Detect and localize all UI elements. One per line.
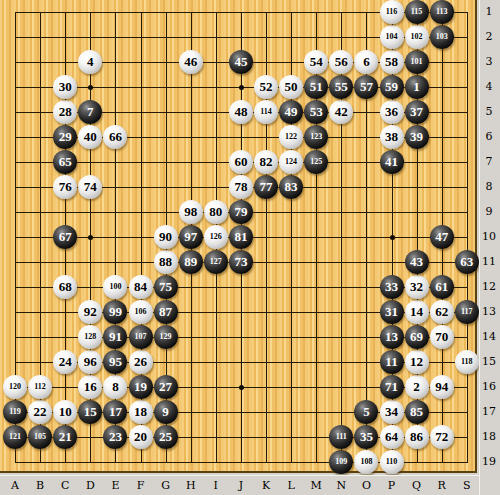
- row-label: 8: [479, 180, 499, 193]
- row-label: 12: [479, 280, 499, 293]
- stone-black: 13: [380, 325, 404, 349]
- row-label: 16: [479, 380, 499, 393]
- stone-white: 82: [254, 150, 278, 174]
- move-number: 84: [129, 275, 153, 299]
- move-number: 57: [354, 75, 378, 99]
- row-label: 18: [479, 430, 499, 443]
- move-number: 82: [254, 150, 278, 174]
- stone-black: 99: [103, 300, 127, 324]
- row-label: 10: [479, 230, 499, 243]
- column-label: A: [5, 479, 25, 492]
- move-number: 50: [279, 75, 303, 99]
- stone-white: 46: [179, 50, 203, 74]
- row-label: 9: [479, 205, 499, 218]
- stone-black: 57: [354, 75, 378, 99]
- move-number: 64: [380, 425, 404, 449]
- move-number: 122: [279, 125, 303, 149]
- move-number: 61: [430, 275, 454, 299]
- stone-white: 116: [380, 0, 404, 24]
- stone-black: 101: [405, 50, 429, 74]
- column-label: O: [356, 479, 376, 492]
- stone-black: 83: [279, 175, 303, 199]
- stone-black: 45: [229, 50, 253, 74]
- move-number: 124: [279, 150, 303, 174]
- stone-black: 21: [53, 425, 77, 449]
- stone-black: 29: [53, 125, 77, 149]
- star-point: [88, 235, 93, 240]
- go-game-record: 1245678910111213141516171819202122232425…: [0, 0, 500, 495]
- stone-black: 53: [304, 100, 328, 124]
- move-number: 96: [78, 350, 102, 374]
- stone-white: 104: [380, 25, 404, 49]
- move-number: 18: [129, 400, 153, 424]
- stone-white: 84: [129, 275, 153, 299]
- row-label: 14: [479, 330, 499, 343]
- stone-black: 129: [154, 325, 178, 349]
- stone-white: 70: [430, 325, 454, 349]
- stone-black: 87: [154, 300, 178, 324]
- move-number: 12: [405, 350, 429, 374]
- move-number: 33: [380, 275, 404, 299]
- stone-white: 50: [279, 75, 303, 99]
- move-number: 83: [279, 175, 303, 199]
- stone-white: 66: [103, 125, 127, 149]
- move-number: 119: [3, 400, 27, 424]
- column-label: B: [30, 479, 50, 492]
- move-number: 120: [3, 375, 27, 399]
- stone-black: 11: [380, 350, 404, 374]
- move-number: 128: [78, 325, 102, 349]
- move-number: 29: [53, 125, 77, 149]
- move-number: 103: [430, 25, 454, 49]
- move-number: 68: [53, 275, 77, 299]
- stone-black: 111: [329, 425, 353, 449]
- star-point: [239, 385, 244, 390]
- stone-black: 9: [154, 400, 178, 424]
- stone-black: 51: [304, 75, 328, 99]
- coordinate-panel-right: [479, 0, 500, 495]
- stone-white: 112: [28, 375, 52, 399]
- stone-white: 74: [78, 175, 102, 199]
- column-label: F: [131, 479, 151, 492]
- stone-black: 23: [103, 425, 127, 449]
- move-number: 56: [329, 50, 353, 74]
- move-number: 113: [430, 0, 454, 24]
- move-number: 37: [405, 100, 429, 124]
- move-number: 24: [53, 350, 77, 374]
- stone-black: 127: [204, 250, 228, 274]
- stone-white: 68: [53, 275, 77, 299]
- move-number: 7: [78, 100, 102, 124]
- stone-black: 119: [3, 400, 27, 424]
- move-number: 19: [129, 375, 153, 399]
- column-label: K: [256, 479, 276, 492]
- move-number: 79: [229, 200, 253, 224]
- move-number: 45: [229, 50, 253, 74]
- move-number: 27: [154, 375, 178, 399]
- stone-white: 38: [380, 125, 404, 149]
- move-number: 38: [380, 125, 404, 149]
- stone-white: 58: [380, 50, 404, 74]
- move-number: 58: [380, 50, 404, 74]
- stone-black: 125: [304, 150, 328, 174]
- row-label: 2: [479, 30, 499, 43]
- stone-black: 105: [28, 425, 52, 449]
- stone-white: 30: [53, 75, 77, 99]
- move-number: 94: [430, 375, 454, 399]
- stone-black: 109: [329, 450, 353, 474]
- move-number: 86: [405, 425, 429, 449]
- row-label: 17: [479, 405, 499, 418]
- stone-black: 55: [329, 75, 353, 99]
- move-number: 8: [103, 375, 127, 399]
- stone-black: 43: [405, 250, 429, 274]
- move-number: 16: [78, 375, 102, 399]
- row-label: 3: [479, 55, 499, 68]
- stone-white: 56: [329, 50, 353, 74]
- stone-white: 32: [405, 275, 429, 299]
- stone-white: 28: [53, 100, 77, 124]
- stone-white: 86: [405, 425, 429, 449]
- move-number: 31: [380, 300, 404, 324]
- stone-black: 5: [354, 400, 378, 424]
- stone-black: 31: [380, 300, 404, 324]
- move-number: 100: [103, 275, 127, 299]
- move-number: 4: [78, 50, 102, 74]
- stone-black: 49: [279, 100, 303, 124]
- column-label: L: [281, 479, 301, 492]
- move-number: 91: [103, 325, 127, 349]
- move-number: 1: [405, 75, 429, 99]
- move-number: 63: [455, 250, 479, 274]
- stone-white: 60: [229, 150, 253, 174]
- move-number: 22: [28, 400, 52, 424]
- move-number: 89: [179, 250, 203, 274]
- stone-white: 22: [28, 400, 52, 424]
- stone-black: 41: [380, 150, 404, 174]
- stone-black: 39: [405, 125, 429, 149]
- stone-white: 64: [380, 425, 404, 449]
- stone-black: 69: [405, 325, 429, 349]
- move-number: 106: [129, 300, 153, 324]
- move-number: 110: [380, 450, 404, 474]
- move-number: 69: [405, 325, 429, 349]
- move-number: 71: [380, 375, 404, 399]
- row-label: 15: [479, 355, 499, 368]
- column-label: S: [457, 479, 477, 492]
- stone-black: 59: [380, 75, 404, 99]
- stone-white: 126: [204, 225, 228, 249]
- stone-white: 128: [78, 325, 102, 349]
- move-number: 42: [329, 100, 353, 124]
- move-number: 66: [103, 125, 127, 149]
- move-number: 21: [53, 425, 77, 449]
- stone-white: 114: [254, 100, 278, 124]
- go-board[interactable]: 1245678910111213141516171819202122232425…: [0, 0, 477, 473]
- move-number: 23: [103, 425, 127, 449]
- stone-black: 113: [430, 0, 454, 24]
- move-number: 109: [329, 450, 353, 474]
- move-number: 48: [229, 100, 253, 124]
- stone-white: 34: [380, 400, 404, 424]
- stone-white: 124: [279, 150, 303, 174]
- column-label: P: [382, 479, 402, 492]
- move-number: 5: [354, 400, 378, 424]
- column-label: M: [306, 479, 326, 492]
- stone-black: 103: [430, 25, 454, 49]
- move-number: 49: [279, 100, 303, 124]
- stone-black: 35: [354, 425, 378, 449]
- move-number: 55: [329, 75, 353, 99]
- column-label: R: [432, 479, 452, 492]
- move-number: 129: [154, 325, 178, 349]
- stone-white: 92: [78, 300, 102, 324]
- stone-white: 2: [405, 375, 429, 399]
- move-number: 30: [53, 75, 77, 99]
- column-label: E: [105, 479, 125, 492]
- stone-black: 37: [405, 100, 429, 124]
- move-number: 74: [78, 175, 102, 199]
- move-number: 46: [179, 50, 203, 74]
- move-number: 114: [254, 100, 278, 124]
- row-label: 6: [479, 130, 499, 143]
- move-number: 104: [380, 25, 404, 49]
- move-number: 127: [204, 250, 228, 274]
- star-point: [390, 235, 395, 240]
- move-number: 123: [304, 125, 328, 149]
- move-number: 65: [53, 150, 77, 174]
- column-label: Q: [407, 479, 427, 492]
- move-number: 125: [304, 150, 328, 174]
- move-number: 108: [354, 450, 378, 474]
- stone-white: 26: [129, 350, 153, 374]
- stone-white: 52: [254, 75, 278, 99]
- stone-white: 20: [129, 425, 153, 449]
- move-number: 35: [354, 425, 378, 449]
- move-number: 51: [304, 75, 328, 99]
- stone-white: 98: [179, 200, 203, 224]
- move-number: 41: [380, 150, 404, 174]
- stone-white: 48: [229, 100, 253, 124]
- move-number: 36: [380, 100, 404, 124]
- stone-white: 8: [103, 375, 127, 399]
- stone-white: 88: [154, 250, 178, 274]
- stone-white: 120: [3, 375, 27, 399]
- move-number: 101: [405, 50, 429, 74]
- move-number: 78: [229, 175, 253, 199]
- stone-white: 106: [129, 300, 153, 324]
- move-number: 81: [229, 225, 253, 249]
- move-number: 17: [103, 400, 127, 424]
- column-label: J: [231, 479, 251, 492]
- move-number: 111: [329, 425, 353, 449]
- move-number: 72: [430, 425, 454, 449]
- stone-white: 14: [405, 300, 429, 324]
- star-point: [239, 85, 244, 90]
- move-number: 43: [405, 250, 429, 274]
- row-label: 5: [479, 105, 499, 118]
- stone-white: 96: [78, 350, 102, 374]
- move-number: 28: [53, 100, 77, 124]
- move-number: 112: [28, 375, 52, 399]
- move-number: 99: [103, 300, 127, 324]
- stone-white: 6: [354, 50, 378, 74]
- stone-black: 121: [3, 425, 27, 449]
- stone-black: 79: [229, 200, 253, 224]
- stone-black: 7: [78, 100, 102, 124]
- move-number: 47: [430, 225, 454, 249]
- move-number: 20: [129, 425, 153, 449]
- stone-black: 19: [129, 375, 153, 399]
- move-number: 87: [154, 300, 178, 324]
- row-label: 13: [479, 305, 499, 318]
- stone-black: 25: [154, 425, 178, 449]
- stone-white: 40: [78, 125, 102, 149]
- move-number: 121: [3, 425, 27, 449]
- column-label: H: [181, 479, 201, 492]
- move-number: 54: [304, 50, 328, 74]
- stone-black: 63: [455, 250, 479, 274]
- stone-white: 108: [354, 450, 378, 474]
- move-number: 67: [53, 225, 77, 249]
- move-number: 73: [229, 250, 253, 274]
- move-number: 77: [254, 175, 278, 199]
- row-label: 11: [479, 255, 499, 268]
- stone-black: 81: [229, 225, 253, 249]
- stone-black: 65: [53, 150, 77, 174]
- stone-black: 27: [154, 375, 178, 399]
- column-label: I: [206, 479, 226, 492]
- stone-black: 17: [103, 400, 127, 424]
- move-number: 13: [380, 325, 404, 349]
- stone-black: 107: [129, 325, 153, 349]
- stone-black: 97: [179, 225, 203, 249]
- stone-white: 10: [53, 400, 77, 424]
- stone-black: 91: [103, 325, 127, 349]
- row-label: 4: [479, 80, 499, 93]
- stone-white: 12: [405, 350, 429, 374]
- stone-white: 62: [430, 300, 454, 324]
- move-number: 118: [455, 350, 479, 374]
- row-label: 1: [479, 5, 499, 18]
- move-number: 60: [229, 150, 253, 174]
- stone-white: 42: [329, 100, 353, 124]
- move-number: 2: [405, 375, 429, 399]
- stone-white: 72: [430, 425, 454, 449]
- move-number: 76: [53, 175, 77, 199]
- stone-white: 100: [103, 275, 127, 299]
- stone-white: 16: [78, 375, 102, 399]
- stone-black: 33: [380, 275, 404, 299]
- move-number: 34: [380, 400, 404, 424]
- move-number: 6: [354, 50, 378, 74]
- stone-white: 54: [304, 50, 328, 74]
- column-label: N: [331, 479, 351, 492]
- move-number: 52: [254, 75, 278, 99]
- move-number: 32: [405, 275, 429, 299]
- column-label: G: [156, 479, 176, 492]
- stone-black: 61: [430, 275, 454, 299]
- stone-black: 71: [380, 375, 404, 399]
- move-number: 117: [455, 300, 479, 324]
- stone-white: 90: [154, 225, 178, 249]
- stone-white: 76: [53, 175, 77, 199]
- stone-white: 36: [380, 100, 404, 124]
- stone-black: 115: [405, 0, 429, 24]
- move-number: 102: [405, 25, 429, 49]
- stone-black: 95: [103, 350, 127, 374]
- stone-black: 123: [304, 125, 328, 149]
- stone-black: 89: [179, 250, 203, 274]
- move-number: 15: [78, 400, 102, 424]
- move-number: 62: [430, 300, 454, 324]
- row-label: 19: [479, 455, 499, 468]
- stone-white: 94: [430, 375, 454, 399]
- move-number: 85: [405, 400, 429, 424]
- move-number: 88: [154, 250, 178, 274]
- move-number: 59: [380, 75, 404, 99]
- stone-black: 47: [430, 225, 454, 249]
- stone-white: 80: [204, 200, 228, 224]
- move-number: 9: [154, 400, 178, 424]
- move-number: 80: [204, 200, 228, 224]
- move-number: 75: [154, 275, 178, 299]
- stone-black: 1: [405, 75, 429, 99]
- stone-black: 75: [154, 275, 178, 299]
- stone-black: 67: [53, 225, 77, 249]
- stone-white: 118: [455, 350, 479, 374]
- move-number: 53: [304, 100, 328, 124]
- stone-white: 102: [405, 25, 429, 49]
- stone-black: 117: [455, 300, 479, 324]
- move-number: 11: [380, 350, 404, 374]
- stone-white: 122: [279, 125, 303, 149]
- move-number: 115: [405, 0, 429, 24]
- stone-black: 77: [254, 175, 278, 199]
- stone-black: 85: [405, 400, 429, 424]
- row-label: 7: [479, 155, 499, 168]
- move-number: 90: [154, 225, 178, 249]
- stone-white: 18: [129, 400, 153, 424]
- move-number: 95: [103, 350, 127, 374]
- move-number: 97: [179, 225, 203, 249]
- stone-white: 24: [53, 350, 77, 374]
- move-number: 70: [430, 325, 454, 349]
- move-number: 39: [405, 125, 429, 149]
- move-number: 40: [78, 125, 102, 149]
- stone-black: 15: [78, 400, 102, 424]
- move-number: 25: [154, 425, 178, 449]
- move-number: 10: [53, 400, 77, 424]
- stone-black: 73: [229, 250, 253, 274]
- stone-white: 78: [229, 175, 253, 199]
- move-number: 92: [78, 300, 102, 324]
- move-number: 107: [129, 325, 153, 349]
- column-label: C: [55, 479, 75, 492]
- stone-white: 110: [380, 450, 404, 474]
- move-number: 26: [129, 350, 153, 374]
- move-number: 116: [380, 0, 404, 24]
- move-number: 14: [405, 300, 429, 324]
- star-point: [88, 85, 93, 90]
- column-label: D: [80, 479, 100, 492]
- move-number: 98: [179, 200, 203, 224]
- move-number: 126: [204, 225, 228, 249]
- stone-white: 4: [78, 50, 102, 74]
- move-number: 105: [28, 425, 52, 449]
